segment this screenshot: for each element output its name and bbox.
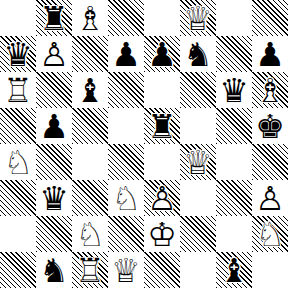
black-bishop-glyph: ♝: [72, 72, 108, 108]
white-knight-glyph: ♘: [72, 216, 108, 252]
square-c2[interactable]: ♞♘: [72, 216, 108, 252]
square-c1[interactable]: ♜♖: [72, 252, 108, 288]
white-queen: ♛♕: [180, 144, 216, 180]
square-d3[interactable]: ♞♘: [108, 180, 144, 216]
black-pawn: ♟♟: [252, 36, 288, 72]
square-c8[interactable]: ♝♗: [72, 0, 108, 36]
white-bishop-halo: ♝: [72, 0, 108, 36]
black-rook: ♜♜: [144, 108, 180, 144]
square-d5[interactable]: [108, 108, 144, 144]
black-pawn-glyph: ♟: [252, 36, 288, 72]
white-pawn-halo: ♟: [36, 36, 72, 72]
square-h4[interactable]: [252, 144, 288, 180]
square-e2[interactable]: ♚♔: [144, 216, 180, 252]
square-e4[interactable]: [144, 144, 180, 180]
square-a1[interactable]: [0, 252, 36, 288]
white-bishop-glyph: ♗: [252, 72, 288, 108]
black-queen: ♛♛: [36, 180, 72, 216]
white-rook-halo: ♜: [72, 252, 108, 288]
white-rook-glyph: ♖: [72, 252, 108, 288]
white-pawn: ♟♙: [36, 36, 72, 72]
square-c4[interactable]: [72, 144, 108, 180]
square-b4[interactable]: [36, 144, 72, 180]
square-b8[interactable]: ♜♜: [36, 0, 72, 36]
square-a7[interactable]: ♛♛: [0, 36, 36, 72]
square-h5[interactable]: ♚♚: [252, 108, 288, 144]
black-queen: ♛♛: [216, 72, 252, 108]
black-pawn-glyph: ♟: [36, 108, 72, 144]
square-g3[interactable]: [216, 180, 252, 216]
square-b3[interactable]: ♛♛: [36, 180, 72, 216]
white-knight-halo: ♞: [0, 144, 36, 180]
black-queen-halo: ♛: [0, 36, 36, 72]
white-rook: ♜♖: [72, 252, 108, 288]
black-bishop: ♝♝: [216, 252, 252, 288]
white-king-glyph: ♔: [144, 216, 180, 252]
white-knight-halo: ♞: [108, 180, 144, 216]
white-knight-glyph: ♘: [252, 216, 288, 252]
white-rook: ♜♖: [0, 72, 36, 108]
white-knight: ♞♘: [0, 144, 36, 180]
square-c5[interactable]: [72, 108, 108, 144]
square-b2[interactable]: [36, 216, 72, 252]
black-bishop-halo: ♝: [72, 72, 108, 108]
black-bishop-halo: ♝: [216, 252, 252, 288]
black-rook-glyph: ♜: [36, 0, 72, 36]
black-rook: ♜♜: [36, 0, 72, 36]
black-queen-halo: ♛: [216, 72, 252, 108]
square-d1[interactable]: ♛♕: [108, 252, 144, 288]
square-f7[interactable]: ♞♞: [180, 36, 216, 72]
square-e7[interactable]: ♟♟: [144, 36, 180, 72]
white-knight-glyph: ♘: [0, 144, 36, 180]
black-knight: ♞♞: [180, 36, 216, 72]
white-king-halo: ♚: [144, 216, 180, 252]
black-king-glyph: ♚: [252, 108, 288, 144]
white-knight: ♞♘: [72, 216, 108, 252]
white-pawn: ♟♙: [252, 180, 288, 216]
square-e5[interactable]: ♜♜: [144, 108, 180, 144]
black-pawn: ♟♟: [108, 36, 144, 72]
white-queen-halo: ♛: [180, 0, 216, 36]
black-bishop-glyph: ♝: [216, 252, 252, 288]
square-a6[interactable]: ♜♖: [0, 72, 36, 108]
square-f6[interactable]: [180, 72, 216, 108]
square-h3[interactable]: ♟♙: [252, 180, 288, 216]
white-pawn-glyph: ♙: [144, 180, 180, 216]
square-h6[interactable]: ♝♗: [252, 72, 288, 108]
square-f3[interactable]: [180, 180, 216, 216]
square-a8[interactable]: [0, 0, 36, 36]
square-f4[interactable]: ♛♕: [180, 144, 216, 180]
square-f8[interactable]: ♛♕: [180, 0, 216, 36]
black-king-halo: ♚: [252, 108, 288, 144]
square-d8[interactable]: [108, 0, 144, 36]
square-f5[interactable]: [180, 108, 216, 144]
square-h8[interactable]: [252, 0, 288, 36]
square-d7[interactable]: ♟♟: [108, 36, 144, 72]
black-queen: ♛♛: [0, 36, 36, 72]
black-knight-glyph: ♞: [180, 36, 216, 72]
black-queen-halo: ♛: [36, 180, 72, 216]
white-pawn-glyph: ♙: [252, 180, 288, 216]
white-bishop: ♝♗: [72, 0, 108, 36]
square-e3[interactable]: ♟♙: [144, 180, 180, 216]
black-knight-glyph: ♞: [36, 252, 72, 288]
black-pawn: ♟♟: [36, 108, 72, 144]
square-a3[interactable]: [0, 180, 36, 216]
white-knight: ♞♘: [252, 216, 288, 252]
square-b5[interactable]: ♟♟: [36, 108, 72, 144]
white-queen-halo: ♛: [108, 252, 144, 288]
white-queen: ♛♕: [108, 252, 144, 288]
black-pawn: ♟♟: [144, 36, 180, 72]
black-rook-halo: ♜: [36, 0, 72, 36]
black-queen-glyph: ♛: [216, 72, 252, 108]
white-pawn-halo: ♟: [252, 180, 288, 216]
square-g4[interactable]: [216, 144, 252, 180]
black-knight: ♞♞: [36, 252, 72, 288]
white-knight-halo: ♞: [252, 216, 288, 252]
square-b1[interactable]: ♞♞: [36, 252, 72, 288]
square-d2[interactable]: [108, 216, 144, 252]
white-rook-halo: ♜: [0, 72, 36, 108]
white-queen-glyph: ♕: [180, 0, 216, 36]
white-queen: ♛♕: [180, 0, 216, 36]
square-e1[interactable]: [144, 252, 180, 288]
square-a5[interactable]: [0, 108, 36, 144]
white-queen-glyph: ♕: [180, 144, 216, 180]
white-bishop: ♝♗: [252, 72, 288, 108]
black-pawn-halo: ♟: [36, 108, 72, 144]
black-knight-halo: ♞: [36, 252, 72, 288]
black-pawn-glyph: ♟: [144, 36, 180, 72]
white-pawn-halo: ♟: [144, 180, 180, 216]
white-pawn-glyph: ♙: [36, 36, 72, 72]
black-king: ♚♚: [252, 108, 288, 144]
square-e6[interactable]: [144, 72, 180, 108]
square-f1[interactable]: [180, 252, 216, 288]
square-a4[interactable]: ♞♘: [0, 144, 36, 180]
white-knight-halo: ♞: [72, 216, 108, 252]
square-h1[interactable]: [252, 252, 288, 288]
square-c6[interactable]: ♝♝: [72, 72, 108, 108]
white-queen-halo: ♛: [180, 144, 216, 180]
square-g5[interactable]: [216, 108, 252, 144]
black-queen-glyph: ♛: [36, 180, 72, 216]
white-knight-glyph: ♘: [108, 180, 144, 216]
square-c3[interactable]: [72, 180, 108, 216]
black-pawn-halo: ♟: [252, 36, 288, 72]
white-knight: ♞♘: [108, 180, 144, 216]
square-a2[interactable]: [0, 216, 36, 252]
square-h7[interactable]: ♟♟: [252, 36, 288, 72]
square-b6[interactable]: [36, 72, 72, 108]
square-g1[interactable]: ♝♝: [216, 252, 252, 288]
square-g6[interactable]: ♛♛: [216, 72, 252, 108]
square-d4[interactable]: [108, 144, 144, 180]
white-queen-glyph: ♕: [108, 252, 144, 288]
square-h2[interactable]: ♞♘: [252, 216, 288, 252]
black-pawn-halo: ♟: [108, 36, 144, 72]
black-rook-halo: ♜: [144, 108, 180, 144]
square-c7[interactable]: [72, 36, 108, 72]
chess-board: ♜♜♝♗♛♕♛♛♟♙♟♟♟♟♞♞♟♟♜♖♝♝♛♛♝♗♟♟♜♜♚♚♞♘♛♕♛♛♞♘…: [0, 0, 288, 288]
square-g8[interactable]: [216, 0, 252, 36]
chess-diagram: ♜♜♝♗♛♕♛♛♟♙♟♟♟♟♞♞♟♟♜♖♝♝♛♛♝♗♟♟♜♜♚♚♞♘♛♕♛♛♞♘…: [0, 0, 288, 288]
white-pawn: ♟♙: [144, 180, 180, 216]
white-bishop-halo: ♝: [252, 72, 288, 108]
square-f2[interactable]: [180, 216, 216, 252]
square-d6[interactable]: [108, 72, 144, 108]
black-rook-glyph: ♜: [144, 108, 180, 144]
black-pawn-glyph: ♟: [108, 36, 144, 72]
white-rook-glyph: ♖: [0, 72, 36, 108]
black-queen-glyph: ♛: [0, 36, 36, 72]
white-king: ♚♔: [144, 216, 180, 252]
square-b7[interactable]: ♟♙: [36, 36, 72, 72]
black-bishop: ♝♝: [72, 72, 108, 108]
square-g2[interactable]: [216, 216, 252, 252]
square-e8[interactable]: [144, 0, 180, 36]
black-knight-halo: ♞: [180, 36, 216, 72]
black-pawn-halo: ♟: [144, 36, 180, 72]
white-bishop-glyph: ♗: [72, 0, 108, 36]
square-g7[interactable]: [216, 36, 252, 72]
